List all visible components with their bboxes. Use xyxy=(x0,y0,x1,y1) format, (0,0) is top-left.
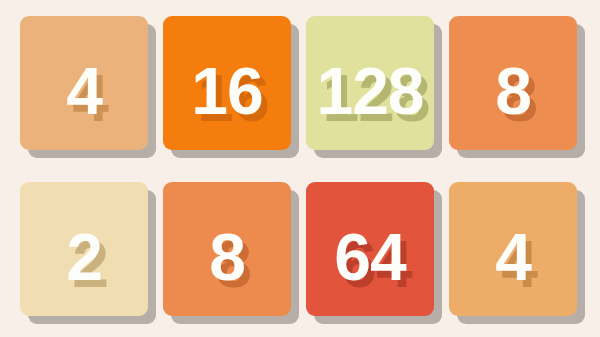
tile-r2c1-2: 2 xyxy=(20,182,148,316)
tile-value: 8 xyxy=(209,224,245,290)
tile-r1c3-128: 128 xyxy=(306,16,434,150)
tile-value: 4 xyxy=(495,224,531,290)
tile-r2c4-4: 4 xyxy=(449,182,577,316)
game-screenshot-2048: 4 16 128 8 2 8 64 4 xyxy=(0,0,600,337)
tile-r2c2-8: 8 xyxy=(163,182,291,316)
tile-value: 16 xyxy=(191,58,262,124)
tile-r1c4-8: 8 xyxy=(449,16,577,150)
tile-value: 64 xyxy=(334,224,405,290)
tile-r2c3-64: 64 xyxy=(306,182,434,316)
2048-board[interactable]: 4 16 128 8 2 8 64 4 xyxy=(20,16,577,316)
tile-r1c2-16: 16 xyxy=(163,16,291,150)
tile-value: 2 xyxy=(66,224,102,290)
tile-value: 4 xyxy=(66,58,102,124)
tile-value: 128 xyxy=(316,58,423,124)
tile-r1c1-4: 4 xyxy=(20,16,148,150)
tile-value: 8 xyxy=(495,58,531,124)
